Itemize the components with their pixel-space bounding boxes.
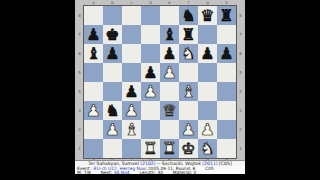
square-h8[interactable]: ♜ xyxy=(217,6,236,25)
black-rook-h8: ♜ xyxy=(217,6,236,25)
rank-label-5: 5 xyxy=(238,71,243,75)
rank-label-4: 4 xyxy=(238,90,243,94)
black-pawn-b6: ♟ xyxy=(103,44,122,63)
rank-label-2: 2 xyxy=(238,128,243,132)
bottom-letterbox xyxy=(75,174,245,180)
square-e4[interactable] xyxy=(160,82,179,101)
square-h1[interactable] xyxy=(217,139,236,158)
square-c2[interactable]: ♝ xyxy=(122,120,141,139)
square-f1[interactable]: ♚ xyxy=(179,139,198,158)
square-d7[interactable] xyxy=(141,25,160,44)
square-g4[interactable] xyxy=(198,82,217,101)
square-g5[interactable] xyxy=(198,63,217,82)
rank-label-8: 8 xyxy=(238,14,243,18)
square-h2[interactable] xyxy=(217,120,236,139)
square-e1[interactable]: ♜ xyxy=(160,139,179,158)
white-rook-d1: ♜ xyxy=(141,139,160,158)
square-c1[interactable] xyxy=(122,139,141,158)
square-a4[interactable] xyxy=(84,82,103,101)
white-knight-g1: ♞ xyxy=(198,139,217,158)
square-g6[interactable]: ♟ xyxy=(198,44,217,63)
square-b7[interactable]: ♚ xyxy=(103,25,122,44)
rank-label-6: 6 xyxy=(77,52,82,56)
square-b3[interactable]: ♞ xyxy=(103,101,122,120)
rank-label-7: 7 xyxy=(77,33,82,37)
square-d8[interactable] xyxy=(141,6,160,25)
square-h7[interactable] xyxy=(217,25,236,44)
game-info-panel: Event : EU-ch U12, Herceg Novi 2005.09.1… xyxy=(75,166,245,174)
square-e8[interactable] xyxy=(160,6,179,25)
square-f6[interactable]: ♞ xyxy=(179,44,198,63)
square-e6[interactable]: ♟ xyxy=(160,44,179,63)
black-pawn-c4: ♟ xyxy=(122,82,141,101)
square-b6[interactable]: ♟ xyxy=(103,44,122,63)
white-bishop-f4: ♝ xyxy=(179,82,198,101)
square-e3[interactable]: ♛ xyxy=(160,101,179,120)
square-d6[interactable] xyxy=(141,44,160,63)
rank-label-4: 4 xyxy=(77,90,82,94)
square-g2[interactable]: ♟ xyxy=(198,120,217,139)
white-bishop-c2: ♝ xyxy=(122,120,141,139)
white-pawn-c3: ♟ xyxy=(122,101,141,120)
square-h5[interactable] xyxy=(217,63,236,82)
square-c7[interactable] xyxy=(122,25,141,44)
white-pawn-e5: ♟ xyxy=(160,63,179,82)
square-f8[interactable]: ♞ xyxy=(179,6,198,25)
square-e5[interactable]: ♟ xyxy=(160,63,179,82)
square-a8[interactable] xyxy=(84,6,103,25)
black-bishop-a6: ♝ xyxy=(84,44,103,63)
white-rook-e1: ♜ xyxy=(160,139,179,158)
black-queen-g8: ♛ xyxy=(198,6,217,25)
black-pawn-d5: ♟ xyxy=(141,63,160,82)
square-a2[interactable] xyxy=(84,120,103,139)
square-f3[interactable] xyxy=(179,101,198,120)
rank-label-7: 7 xyxy=(238,33,243,37)
black-knight-f8: ♞ xyxy=(179,6,198,25)
square-f5[interactable] xyxy=(179,63,198,82)
square-g3[interactable] xyxy=(198,101,217,120)
black-pawn-e6: ♟ xyxy=(160,44,179,63)
square-f7[interactable]: ♜ xyxy=(179,25,198,44)
black-king-b7: ♚ xyxy=(103,25,122,44)
square-b8[interactable] xyxy=(103,6,122,25)
rank-label-1: 1 xyxy=(77,147,82,151)
rank-label-1: 1 xyxy=(238,147,243,151)
rank-label-3: 3 xyxy=(77,109,82,113)
rank-label-2: 2 xyxy=(77,128,82,132)
square-e7[interactable]: ♝ xyxy=(160,25,179,44)
square-b1[interactable] xyxy=(103,139,122,158)
square-h3[interactable] xyxy=(217,101,236,120)
white-pawn-a3: ♟ xyxy=(84,101,103,120)
square-d5[interactable]: ♟ xyxy=(141,63,160,82)
square-h6[interactable]: ♟ xyxy=(217,44,236,63)
black-pawn-g6: ♟ xyxy=(198,44,217,63)
square-c8[interactable] xyxy=(122,6,141,25)
rank-label-5: 5 xyxy=(77,71,82,75)
square-a3[interactable]: ♟ xyxy=(84,101,103,120)
square-e2[interactable] xyxy=(160,120,179,139)
square-a1[interactable] xyxy=(84,139,103,158)
black-rook-f7: ♜ xyxy=(179,25,198,44)
square-b2[interactable]: ♟ xyxy=(103,120,122,139)
square-d3[interactable] xyxy=(141,101,160,120)
square-d2[interactable] xyxy=(141,120,160,139)
square-d1[interactable]: ♜ xyxy=(141,139,160,158)
square-a5[interactable] xyxy=(84,63,103,82)
rank-labels-right: 87654321 xyxy=(238,6,243,158)
white-knight-f6: ♞ xyxy=(179,44,198,63)
square-c5[interactable] xyxy=(122,63,141,82)
square-a6[interactable]: ♝ xyxy=(84,44,103,63)
eco-code-2: C05 xyxy=(205,166,214,171)
square-d4[interactable]: ♟ xyxy=(141,82,160,101)
square-b4[interactable] xyxy=(103,82,122,101)
square-b5[interactable] xyxy=(103,63,122,82)
white-pawn-d4: ♟ xyxy=(141,82,160,101)
square-f2[interactable]: ♟ xyxy=(179,120,198,139)
white-queen-e3: ♛ xyxy=(160,101,179,120)
chess-diagram-panel: abcdefgh abcdefgh 87654321 87654321 ♞♛♜♟… xyxy=(75,0,245,180)
black-knight-b3: ♞ xyxy=(103,101,122,120)
video-frame: abcdefgh abcdefgh 87654321 87654321 ♞♛♜♟… xyxy=(0,0,320,180)
white-pawn-f2: ♟ xyxy=(179,120,198,139)
chess-board-frame: ♞♛♜♟♚♝♜♝♟♟♞♟♟♟♟♟♟♝♟♞♟♛♟♝♟♟♜♜♚♞ xyxy=(84,6,236,158)
square-h4[interactable] xyxy=(217,82,236,101)
rank-label-3: 3 xyxy=(238,109,243,113)
white-pawn-b2: ♟ xyxy=(103,120,122,139)
square-a7[interactable]: ♟ xyxy=(84,25,103,44)
black-pawn-h6: ♟ xyxy=(217,44,236,63)
square-g8[interactable]: ♛ xyxy=(198,6,217,25)
square-g7[interactable] xyxy=(198,25,217,44)
black-bishop-e7: ♝ xyxy=(160,25,179,44)
square-f4[interactable]: ♝ xyxy=(179,82,198,101)
chess-board: ♞♛♜♟♚♝♜♝♟♟♞♟♟♟♟♟♟♝♟♞♟♛♟♝♟♟♜♜♚♞ xyxy=(84,6,236,158)
white-pawn-g2: ♟ xyxy=(198,120,217,139)
rank-label-8: 8 xyxy=(77,14,82,18)
rank-label-6: 6 xyxy=(238,52,243,56)
square-c6[interactable] xyxy=(122,44,141,63)
rank-labels-left: 87654321 xyxy=(77,6,82,158)
square-g1[interactable]: ♞ xyxy=(198,139,217,158)
white-king-f1: ♚ xyxy=(179,139,198,158)
black-pawn-a7: ♟ xyxy=(84,25,103,44)
square-c3[interactable]: ♟ xyxy=(122,101,141,120)
square-c4[interactable]: ♟ xyxy=(122,82,141,101)
